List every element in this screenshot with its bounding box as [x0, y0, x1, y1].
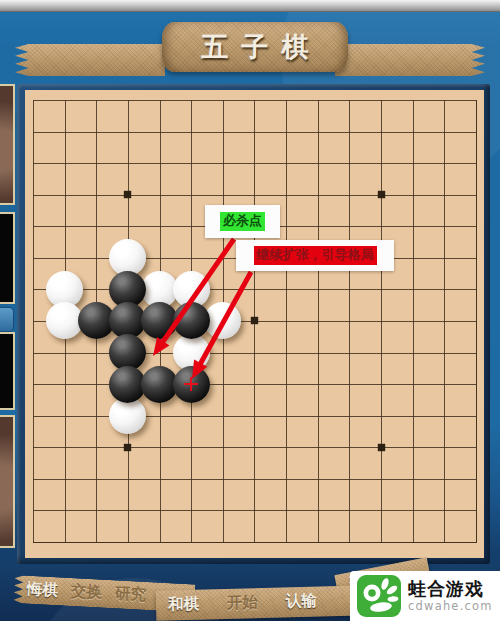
star-point	[124, 191, 131, 198]
window-titlebar	[0, 0, 500, 12]
research-button[interactable]: 研究	[114, 587, 146, 604]
star-point	[378, 444, 385, 451]
frog-logo-icon	[357, 575, 401, 617]
sidebar-thumbnail-2	[0, 212, 15, 304]
sidebar-thumbnail-3	[0, 332, 15, 410]
resign-button[interactable]: 认输	[286, 594, 317, 610]
title-banner: 五子棋	[162, 22, 348, 72]
bottom-ribbon-center: 和棋开始认输	[156, 585, 369, 621]
board-grid[interactable]	[33, 100, 477, 543]
title-banner-wing-left	[15, 44, 165, 76]
game-title: 五子棋	[189, 29, 322, 65]
draw-button[interactable]: 和棋	[168, 597, 199, 613]
watermark-name: 蛙合游戏	[408, 580, 493, 599]
sidebar-thumbnail-1	[0, 84, 15, 205]
watermark: 蛙合游戏 cdwahe.com	[350, 571, 500, 621]
expand-label: 继续扩张，引导格局	[236, 240, 394, 271]
swap-button[interactable]: 交换	[71, 584, 103, 601]
start-button[interactable]: 开始	[227, 595, 258, 611]
undo-button[interactable]: 悔棋	[27, 582, 59, 599]
expand-text: 继续扩张，引导格局	[254, 246, 377, 265]
star-point	[378, 191, 385, 198]
kill-point-text: 必杀点	[220, 212, 265, 231]
star-point	[124, 444, 131, 451]
watermark-text: 蛙合游戏 cdwahe.com	[408, 580, 493, 613]
watermark-domain: cdwahe.com	[408, 600, 493, 612]
kill-point-label: 必杀点	[205, 205, 280, 238]
title-banner-wing-right	[335, 44, 485, 76]
sidebar-tab[interactable]	[0, 307, 14, 332]
sidebar-thumbnail-4	[0, 415, 15, 548]
star-point	[251, 317, 258, 324]
